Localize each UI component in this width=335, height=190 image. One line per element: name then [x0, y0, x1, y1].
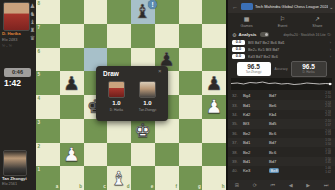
analysis-panel: ← Tech Mahindra Global Chess League 2024…	[228, 0, 335, 190]
square-b5[interactable]: ♟	[60, 71, 84, 95]
share-icon: ↗	[312, 16, 322, 23]
engine-line-moves: Bf3 Bd7 Be2 Bc6 Bd1	[248, 41, 330, 45]
square-e3[interactable]: ♚	[131, 119, 155, 143]
piece-white-king: ♚	[134, 121, 151, 140]
square-h5[interactable]: ♟	[202, 71, 226, 95]
move-row: 38.Be2Bc61:551:48	[228, 147, 335, 156]
square-a3[interactable]: 3	[36, 119, 60, 143]
square-g4[interactable]	[179, 95, 203, 119]
white-move[interactable]: Bd1	[243, 140, 269, 145]
square-b8[interactable]	[60, 0, 84, 24]
move-number: 35.	[232, 121, 243, 126]
captured-piece-icon: ♜	[29, 26, 36, 33]
white-move[interactable]: Be2	[243, 131, 269, 136]
panel-tab-share[interactable]: ↗Share	[312, 16, 322, 28]
white-move[interactable]: Kd2	[243, 112, 269, 117]
move-row: 37.Bd1Bd71:591:50	[228, 138, 335, 147]
square-a1[interactable]: 1a	[36, 166, 60, 190]
last-move-button[interactable]: ⏭	[324, 180, 329, 190]
black-move[interactable]: Bc6	[269, 150, 295, 155]
square-b4[interactable]	[60, 95, 84, 119]
engine-line[interactable]: 0.0Kd3 Bd7 Be2 Bc6›	[228, 53, 335, 60]
move-clocks: 2:182:01	[325, 111, 331, 118]
eval-badge: 0.0	[232, 40, 245, 46]
move-row: 36.Be2Bc62:041:53	[228, 129, 335, 138]
bottom-player-clock: 1:42	[4, 78, 32, 88]
rank-label: 3	[38, 120, 41, 125]
flip-board-icon[interactable]: ⟳	[253, 180, 257, 190]
move-number: 40.	[232, 168, 243, 173]
dialog-left-name: D. Harika	[102, 108, 131, 112]
panel-tab-event[interactable]: ⚐Event	[278, 16, 288, 28]
square-a5[interactable]: 5	[36, 71, 60, 95]
first-move-button[interactable]: ⏮	[271, 180, 276, 190]
move-clocks: 1:461:42	[325, 167, 331, 174]
square-g6[interactable]	[179, 48, 203, 72]
move-row: 33.Bd1Be62:242:05	[228, 100, 335, 109]
eval-badge: 0.0	[232, 54, 245, 60]
white-accuracy-box: 96.5 Tan Zhongyi	[237, 62, 271, 76]
board-options-icon[interactable]: ⊞	[235, 180, 239, 190]
square-h8[interactable]	[202, 0, 226, 24]
square-g2[interactable]	[179, 143, 203, 167]
square-h6[interactable]	[202, 48, 226, 72]
engine-line-moves: Be2+ Kc5 Bf3 Bd7	[248, 48, 330, 52]
piece-white-bishop: ♝	[111, 169, 128, 188]
bottom-player-rating: Elo 2561	[2, 182, 36, 186]
square-d1[interactable]: d♝	[107, 166, 131, 190]
great-move-badge-icon: !	[148, 0, 157, 9]
engine-info: depth=20 · Stockfish 16 Lite	[284, 33, 326, 37]
analysis-bar: ⚙ Analysis depth=20 · Stockfish 16 Lite …	[228, 30, 335, 39]
accuracy-label: Accuracy	[275, 67, 287, 71]
piece-white-pawn: ♟	[63, 145, 80, 164]
square-b1[interactable]: b	[60, 166, 84, 190]
rank-label: 2	[38, 144, 41, 149]
square-g8[interactable]	[179, 0, 203, 24]
rank-label: 4	[38, 96, 41, 101]
square-a8[interactable]: 8	[36, 0, 60, 24]
eval-badge: 0.0	[232, 47, 245, 53]
square-f1[interactable]: f	[155, 166, 179, 190]
captured-pieces-tray: ♟♞♝♜♛	[29, 2, 36, 41]
black-move[interactable]: Be8	[269, 168, 295, 173]
black-move[interactable]: Bd7	[269, 93, 295, 98]
piece-black-pawn: ♟	[63, 74, 80, 93]
back-arrow-icon[interactable]: ←	[232, 4, 238, 10]
square-h1[interactable]: h	[202, 166, 226, 190]
move-clocks: 2:312:10	[325, 92, 331, 99]
square-c3[interactable]	[84, 119, 108, 143]
move-number: 34.	[232, 112, 243, 117]
analysis-label: Analysis	[238, 32, 256, 37]
square-g7[interactable]	[179, 24, 203, 48]
square-d7[interactable]	[107, 24, 131, 48]
games-icon: ▦	[240, 16, 252, 23]
piece-black-pawn: ♟	[206, 74, 223, 93]
square-h2[interactable]	[202, 143, 226, 167]
gear-icon[interactable]: ⚙	[232, 32, 236, 38]
black-move[interactable]: Bd5	[269, 121, 295, 126]
square-b7[interactable]	[60, 24, 84, 48]
move-list: 32.Bg4Bd72:312:1033.Bd1Be62:242:0534.Kd2…	[228, 91, 335, 176]
move-row: 35.Bf3Bd52:101:57	[228, 119, 335, 128]
white-move[interactable]: Be2	[243, 150, 269, 155]
move-clocks: 2:041:53	[325, 130, 331, 137]
move-clocks: 1:551:48	[325, 149, 331, 156]
square-a6[interactable]: 6	[36, 48, 60, 72]
move-clocks: 1:591:50	[325, 139, 331, 146]
next-move-button[interactable]: ▶	[306, 180, 310, 190]
bottom-player-name: Tan Zhongyi	[2, 176, 36, 181]
white-move[interactable]: Bd1	[243, 159, 269, 164]
playback-toolbar: ⊞⟳⏮◀▶⏭	[228, 180, 335, 190]
engine-line[interactable]: 0.0Bf3 Bd7 Be2 Bc6 Bd1›	[228, 39, 335, 46]
file-label: b	[79, 184, 82, 189]
evaluation-graph[interactable]	[231, 78, 332, 90]
engine-line-moves: Kd3 Bd7 Be2 Bc6	[248, 55, 330, 59]
square-b2[interactable]: ♟	[60, 143, 84, 167]
square-f2[interactable]	[155, 143, 179, 167]
prev-move-button[interactable]: ◀	[289, 180, 293, 190]
panel-icon-tabs: ▦Games⚐Event↗Share	[228, 13, 335, 30]
dialog-player-card-right: 1.0 Tan Zhongyi	[133, 81, 162, 112]
engine-line[interactable]: 0.0Be2+ Kc5 Bf3 Bd7›	[228, 46, 335, 53]
captured-piece-icon: ♝	[29, 18, 36, 25]
move-row: 40.Ke3Be81:461:42	[228, 166, 335, 175]
bottom-player-avatar	[3, 150, 27, 176]
move-number: 37.	[232, 140, 243, 145]
event-header: ← Tech Mahindra Global Chess League 2024…	[228, 0, 335, 13]
black-move[interactable]: Kb4	[269, 112, 295, 117]
rank-label: 1	[38, 167, 41, 172]
dialog-left-avatar	[108, 81, 125, 98]
white-move[interactable]: Bg4	[243, 93, 269, 98]
chevron-right-icon: ›	[330, 54, 331, 59]
square-g3[interactable]	[179, 119, 203, 143]
white-move[interactable]: Bf3	[243, 121, 269, 126]
square-e2[interactable]	[131, 143, 155, 167]
white-accuracy-caption: Tan Zhongyi	[237, 71, 271, 74]
move-row: 39.Bd1Bd71:501:45	[228, 157, 335, 166]
captured-piece-icon: ♟	[29, 2, 36, 9]
dialog-right-avatar	[139, 81, 156, 98]
move-number: 33.	[232, 103, 243, 108]
file-label: g	[198, 184, 201, 189]
black-move[interactable]: Bd7	[269, 140, 295, 145]
square-g1[interactable]: g	[179, 166, 203, 190]
square-d8[interactable]	[107, 0, 131, 24]
square-c1[interactable]: c	[84, 166, 108, 190]
square-h3[interactable]	[202, 119, 226, 143]
move-row: 32.Bg4Bd72:312:10	[228, 91, 335, 100]
close-icon[interactable]: ×	[158, 68, 162, 74]
square-f7[interactable]	[155, 24, 179, 48]
chevron-right-icon: ›	[330, 40, 331, 45]
move-number: 39.	[232, 159, 243, 164]
captured-piece-icon: ♞	[29, 10, 36, 17]
panel-tab-games[interactable]: ▦Games	[240, 16, 252, 28]
dialog-title: Draw	[103, 70, 119, 77]
info-icon[interactable]: ⓘ	[327, 32, 331, 37]
square-f3[interactable]	[155, 119, 179, 143]
square-a2[interactable]: 2	[36, 143, 60, 167]
move-clocks: 2:242:05	[325, 102, 331, 109]
move-row: 34.Kd2Kb42:182:01	[228, 110, 335, 119]
left-sidebar: D. Harika Elo 2483 ½ - ½ ♟♞♝♜♛ 0:46 1:42…	[0, 0, 36, 190]
match-score: ½ - ½	[2, 43, 35, 48]
rank-label: 5	[38, 72, 41, 77]
square-g5[interactable]	[179, 71, 203, 95]
move-clocks: 1:501:45	[325, 158, 331, 165]
rank-label: 6	[38, 49, 41, 54]
draw-dialog: Draw × 1.0 D. Harika 1.0 Tan Zhongyi	[96, 66, 168, 121]
move-number: 38.	[232, 150, 243, 155]
square-b3[interactable]	[60, 119, 84, 143]
square-d2[interactable]	[107, 143, 131, 167]
square-h7[interactable]	[202, 24, 226, 48]
event-icon: ⚐	[278, 16, 288, 23]
square-c2[interactable]	[84, 143, 108, 167]
move-number: 36.	[232, 131, 243, 136]
square-d3[interactable]	[107, 119, 131, 143]
square-e1[interactable]: e	[131, 166, 155, 190]
dialog-player-card-left: 1.0 D. Harika	[102, 81, 131, 112]
square-c8[interactable]	[84, 0, 108, 24]
black-move[interactable]: Bc6	[269, 131, 295, 136]
piece-white-pawn: ♟	[206, 97, 223, 116]
file-label: f	[175, 184, 177, 189]
move-number: 32.	[232, 93, 243, 98]
file-label: e	[151, 184, 154, 189]
engine-lines: 0.0Bf3 Bd7 Be2 Bc6 Bd1›0.0Be2+ Kc5 Bf3 B…	[228, 39, 335, 60]
square-e7[interactable]	[131, 24, 155, 48]
accuracy-row: 96.5 Tan Zhongyi Accuracy 96.5 D. Harika	[228, 60, 335, 78]
square-a7[interactable]: 7	[36, 24, 60, 48]
white-move[interactable]: Bd1	[243, 103, 269, 108]
file-label: c	[103, 184, 106, 189]
square-c7[interactable]	[84, 24, 108, 48]
event-title: Tech Mahindra Global Chess League 2024	[255, 4, 328, 9]
chevron-down-icon[interactable]: ⌄	[329, 4, 334, 10]
square-h4[interactable]: ♟	[202, 95, 226, 119]
rank-label: 7	[38, 25, 41, 30]
analysis-toggle[interactable]	[260, 32, 269, 37]
event-logo	[241, 3, 253, 10]
file-label: a	[56, 184, 59, 189]
square-a4[interactable]: 4	[36, 95, 60, 119]
square-b6[interactable]	[60, 48, 84, 72]
white-move[interactable]: Ke3	[243, 168, 269, 173]
dialog-right-name: Tan Zhongyi	[133, 108, 162, 112]
rank-label: 8	[38, 1, 41, 6]
black-accuracy-box: 96.5 D. Harika	[291, 61, 327, 77]
captured-piece-icon: ♛	[29, 34, 36, 41]
dialog-left-score: 1.0	[102, 100, 131, 106]
black-move[interactable]: Bd7	[269, 159, 295, 164]
black-move[interactable]: Be6	[269, 103, 295, 108]
file-label: d	[127, 184, 130, 189]
file-label: h	[222, 184, 225, 189]
square-f8[interactable]	[155, 0, 179, 24]
top-player-avatar	[3, 2, 30, 31]
move-clocks: 2:101:57	[325, 120, 331, 127]
dialog-right-score: 1.0	[133, 100, 162, 106]
black-accuracy-caption: D. Harika	[292, 71, 326, 74]
chevron-right-icon: ›	[330, 47, 331, 52]
top-player-clock: 0:46	[4, 68, 31, 77]
